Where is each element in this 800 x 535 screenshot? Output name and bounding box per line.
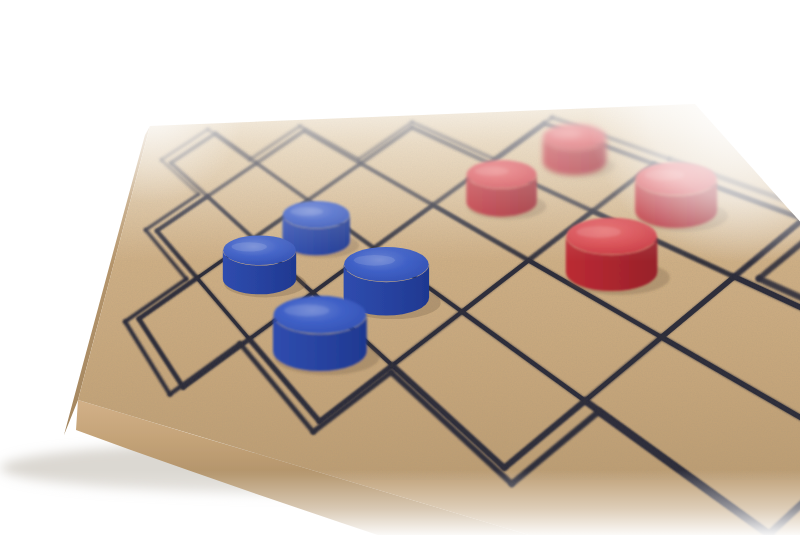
board-game-photo bbox=[0, 0, 800, 535]
game-board-scene bbox=[0, 0, 800, 535]
piece-top-highlight bbox=[284, 305, 329, 317]
